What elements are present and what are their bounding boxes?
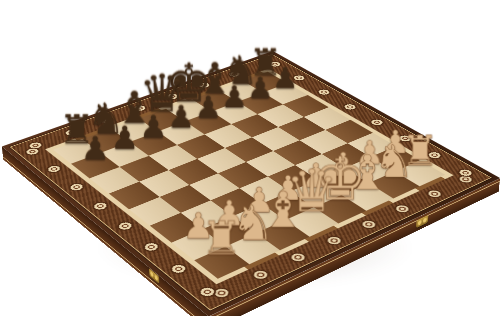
piece-white-rook[interactable]: ♜: [185, 215, 259, 261]
square-a1[interactable]: ♜: [194, 246, 249, 278]
board-gutter: ♜♞♝♛♚♝♞♜♟♟♟♟♟♟♟♟♟♟♟♟♟♟♟♟♜♞♝♛♚♝♞♜: [45, 69, 453, 285]
brass-clasp-right: [416, 215, 428, 228]
board-frame: ♜♞♝♛♚♝♞♜♟♟♟♟♟♟♟♟♟♟♟♟♟♟♟♟♜♞♝♛♚♝♞♜: [2, 51, 500, 316]
chess-board: ♜♞♝♛♚♝♞♜♟♟♟♟♟♟♟♟♟♟♟♟♟♟♟♟♜♞♝♛♚♝♞♜: [2, 51, 500, 316]
carved-border: ♜♞♝♛♚♝♞♜♟♟♟♟♟♟♟♟♟♟♟♟♟♟♟♟♜♞♝♛♚♝♞♜: [11, 55, 490, 310]
piece-black-pawn[interactable]: ♟: [62, 132, 128, 164]
scene: ♜♞♝♛♚♝♞♜♟♟♟♟♟♟♟♟♟♟♟♟♟♟♟♟♜♞♝♛♚♝♞♜: [0, 0, 500, 316]
